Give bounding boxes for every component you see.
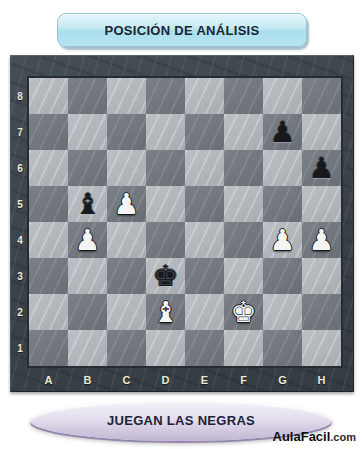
square-a3 [29, 258, 68, 294]
white-pawn-h4: ♟ [302, 222, 341, 258]
square-f3 [224, 258, 263, 294]
aulafacil-credit-name: AulaFacil [273, 429, 331, 444]
square-d8 [146, 78, 185, 114]
square-e3 [185, 258, 224, 294]
file-label-d: D [146, 368, 185, 391]
rank-labels: 87654321 [11, 78, 29, 366]
square-h5 [302, 186, 341, 222]
white-king-f2: ♚ [224, 294, 263, 330]
square-f1 [224, 330, 263, 366]
file-labels: ABCDEFGH [29, 368, 341, 391]
square-h6: ♟ [302, 150, 341, 186]
square-d3: ♚ [146, 258, 185, 294]
square-h3 [302, 258, 341, 294]
square-f2: ♚ [224, 294, 263, 330]
square-e2 [185, 294, 224, 330]
square-d4 [146, 222, 185, 258]
white-pawn-g4: ♟ [263, 222, 302, 258]
square-g5 [263, 186, 302, 222]
square-c8 [107, 78, 146, 114]
square-b5: ♝ [68, 186, 107, 222]
rank-label-8: 8 [11, 78, 29, 114]
page: POSICIÓN DE ANÁLISIS 87654321 ♟♟♝♟♟♟♟♚♝♚… [0, 0, 362, 449]
square-a7 [29, 114, 68, 150]
square-b6 [68, 150, 107, 186]
square-f5 [224, 186, 263, 222]
square-b3 [68, 258, 107, 294]
black-pawn-h6: ♟ [302, 150, 341, 186]
square-e5 [185, 186, 224, 222]
square-f6 [224, 150, 263, 186]
black-bishop-b5: ♝ [68, 186, 107, 222]
square-b1 [68, 330, 107, 366]
square-d6 [146, 150, 185, 186]
turn-banner-label: JUEGAN LAS NEGRAS [107, 413, 255, 428]
rank-label-6: 6 [11, 150, 29, 186]
square-g7: ♟ [263, 114, 302, 150]
aulafacil-credit-suffix: .com [330, 431, 356, 443]
square-b7 [68, 114, 107, 150]
rank-label-1: 1 [11, 330, 29, 366]
square-c6 [107, 150, 146, 186]
board-grid: ♟♟♝♟♟♟♟♚♝♚ [29, 78, 341, 366]
square-e8 [185, 78, 224, 114]
square-g3 [263, 258, 302, 294]
square-c7 [107, 114, 146, 150]
square-b8 [68, 78, 107, 114]
square-e4 [185, 222, 224, 258]
file-label-c: C [107, 368, 146, 391]
white-pawn-b4: ♟ [68, 222, 107, 258]
file-label-b: B [68, 368, 107, 391]
rank-label-5: 5 [11, 186, 29, 222]
file-label-g: G [263, 368, 302, 391]
square-h8 [302, 78, 341, 114]
white-pawn-c5: ♟ [107, 186, 146, 222]
square-c1 [107, 330, 146, 366]
square-g8 [263, 78, 302, 114]
square-d1 [146, 330, 185, 366]
square-g1 [263, 330, 302, 366]
square-e1 [185, 330, 224, 366]
square-f8 [224, 78, 263, 114]
square-e6 [185, 150, 224, 186]
analysis-position-label: POSICIÓN DE ANÁLISIS [104, 23, 259, 38]
file-label-f: F [224, 368, 263, 391]
square-h1 [302, 330, 341, 366]
black-king-d3: ♚ [146, 258, 185, 294]
rank-label-2: 2 [11, 294, 29, 330]
square-b2 [68, 294, 107, 330]
square-f4 [224, 222, 263, 258]
square-d5 [146, 186, 185, 222]
square-f7 [224, 114, 263, 150]
square-c5: ♟ [107, 186, 146, 222]
square-e7 [185, 114, 224, 150]
file-label-a: A [29, 368, 68, 391]
square-h7 [302, 114, 341, 150]
square-d7 [146, 114, 185, 150]
square-a5 [29, 186, 68, 222]
chess-board: 87654321 ♟♟♝♟♟♟♟♚♝♚ ABCDEFGH [10, 55, 354, 392]
black-pawn-g7: ♟ [263, 114, 302, 150]
analysis-position-banner: POSICIÓN DE ANÁLISIS [57, 13, 307, 47]
square-g6 [263, 150, 302, 186]
file-label-e: E [185, 368, 224, 391]
square-c4 [107, 222, 146, 258]
square-a8 [29, 78, 68, 114]
rank-label-7: 7 [11, 114, 29, 150]
rank-label-4: 4 [11, 222, 29, 258]
white-bishop-d2: ♝ [146, 294, 185, 330]
square-a1 [29, 330, 68, 366]
square-a4 [29, 222, 68, 258]
square-c3 [107, 258, 146, 294]
square-g2 [263, 294, 302, 330]
square-b4: ♟ [68, 222, 107, 258]
square-a2 [29, 294, 68, 330]
square-a6 [29, 150, 68, 186]
square-h4: ♟ [302, 222, 341, 258]
file-label-h: H [302, 368, 341, 391]
aulafacil-credit: AulaFacil.com [273, 429, 356, 444]
square-g4: ♟ [263, 222, 302, 258]
square-d2: ♝ [146, 294, 185, 330]
square-c2 [107, 294, 146, 330]
rank-label-3: 3 [11, 258, 29, 294]
square-h2 [302, 294, 341, 330]
